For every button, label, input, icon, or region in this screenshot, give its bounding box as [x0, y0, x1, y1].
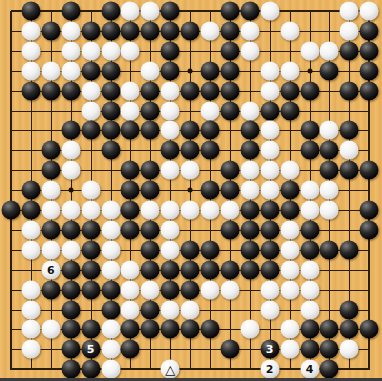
black-stone [41, 161, 60, 180]
triangle-icon: △ [165, 362, 175, 375]
black-stone [260, 201, 279, 220]
black-stone [21, 201, 40, 220]
white-stone [61, 21, 80, 40]
white-stone [141, 61, 160, 80]
black-stone [161, 21, 180, 40]
black-stone [300, 320, 319, 339]
white-stone [61, 141, 80, 160]
white-stone [260, 300, 279, 319]
stones-layer: 653△24 [0, 0, 382, 381]
black-stone [201, 260, 220, 279]
black-stone [181, 280, 200, 299]
black-stone [141, 320, 160, 339]
white-stone [101, 260, 120, 279]
black-stone [81, 240, 100, 259]
white-stone [61, 41, 80, 60]
black-stone [121, 340, 140, 359]
black-stone [81, 121, 100, 140]
white-stone [101, 201, 120, 220]
white-stone [41, 61, 60, 80]
white-stone [81, 201, 100, 220]
black-stone [201, 181, 220, 200]
white-stone [320, 201, 339, 220]
move-label-stone-4: 4 [300, 360, 319, 379]
black-stone [201, 320, 220, 339]
white-stone [280, 240, 299, 259]
white-stone [260, 141, 279, 160]
white-stone [201, 101, 220, 120]
black-stone [101, 81, 120, 100]
white-stone [81, 41, 100, 60]
black-stone [61, 280, 80, 299]
black-stone [61, 121, 80, 140]
white-stone [161, 81, 180, 100]
black-stone [121, 201, 140, 220]
white-stone [260, 61, 279, 80]
black-stone [220, 41, 239, 60]
white-stone [340, 141, 359, 160]
black-stone [141, 81, 160, 100]
white-stone [21, 280, 40, 299]
white-stone [280, 320, 299, 339]
black-stone [81, 220, 100, 239]
white-stone [240, 161, 259, 180]
black-stone [161, 141, 180, 160]
white-stone [41, 201, 60, 220]
white-stone [201, 21, 220, 40]
white-stone [141, 201, 160, 220]
black-stone [161, 260, 180, 279]
white-stone [21, 340, 40, 359]
white-stone [260, 161, 279, 180]
white-stone [240, 101, 259, 120]
black-stone [81, 360, 100, 379]
black-stone [201, 141, 220, 160]
black-stone [220, 340, 239, 359]
black-stone [101, 280, 120, 299]
black-stone [161, 320, 180, 339]
black-stone [41, 81, 60, 100]
black-stone [141, 101, 160, 120]
black-stone [360, 81, 379, 100]
white-stone [201, 280, 220, 299]
black-stone [61, 300, 80, 319]
black-stone [141, 121, 160, 140]
black-stone [360, 161, 379, 180]
white-stone [121, 280, 140, 299]
black-stone [181, 21, 200, 40]
black-stone [260, 101, 279, 120]
white-stone [161, 161, 180, 180]
white-stone [240, 21, 259, 40]
black-stone [161, 41, 180, 60]
black-stone [320, 141, 339, 160]
black-stone [21, 181, 40, 200]
black-stone [360, 41, 379, 60]
black-stone [340, 161, 359, 180]
black-stone [280, 81, 299, 100]
black-stone [81, 280, 100, 299]
white-stone [300, 201, 319, 220]
black-stone [340, 121, 359, 140]
black-stone [201, 61, 220, 80]
white-stone [181, 300, 200, 319]
black-stone [81, 61, 100, 80]
black-stone [41, 280, 60, 299]
black-stone [61, 2, 80, 21]
move-label-stone-6: 6 [41, 260, 60, 279]
black-stone [61, 260, 80, 279]
white-stone [161, 240, 180, 259]
white-stone [220, 201, 239, 220]
white-stone [300, 300, 319, 319]
move-label-stone-3: 3 [260, 340, 279, 359]
black-stone [240, 260, 259, 279]
black-stone [240, 240, 259, 259]
white-stone [41, 320, 60, 339]
black-stone [300, 240, 319, 259]
white-stone [61, 161, 80, 180]
black-stone [101, 2, 120, 21]
white-stone [320, 181, 339, 200]
white-stone [280, 161, 299, 180]
black-stone [181, 260, 200, 279]
white-stone [300, 260, 319, 279]
white-stone [161, 101, 180, 120]
black-stone [320, 161, 339, 180]
black-stone [101, 61, 120, 80]
triangle-marked-stone: △ [161, 360, 180, 379]
white-stone [240, 181, 259, 200]
black-stone [320, 240, 339, 259]
black-stone [21, 81, 40, 100]
black-stone [340, 41, 359, 60]
black-stone [181, 141, 200, 160]
black-stone [220, 181, 239, 200]
black-stone [360, 61, 379, 80]
black-stone [300, 141, 319, 160]
black-stone [121, 121, 140, 140]
black-stone [41, 141, 60, 160]
black-stone [141, 21, 160, 40]
white-stone [81, 101, 100, 120]
white-stone [340, 340, 359, 359]
black-stone [220, 220, 239, 239]
black-stone [240, 2, 259, 21]
black-stone [260, 260, 279, 279]
black-stone [161, 280, 180, 299]
black-stone [61, 220, 80, 239]
black-stone [320, 320, 339, 339]
black-stone [340, 81, 359, 100]
black-stone [360, 201, 379, 220]
white-stone [21, 320, 40, 339]
white-stone [181, 161, 200, 180]
black-stone [220, 161, 239, 180]
white-stone [21, 240, 40, 259]
white-stone [101, 41, 120, 60]
white-stone [181, 201, 200, 220]
black-stone [81, 21, 100, 40]
black-stone [340, 320, 359, 339]
black-stone [240, 141, 259, 160]
black-stone [360, 220, 379, 239]
black-stone [61, 81, 80, 100]
white-stone [101, 320, 120, 339]
move-label-stone-5: 5 [81, 340, 100, 359]
black-stone [21, 2, 40, 21]
black-stone [240, 201, 259, 220]
white-stone [121, 81, 140, 100]
black-stone [360, 21, 379, 40]
move-label-stone-2: 2 [260, 360, 279, 379]
black-stone [161, 2, 180, 21]
white-stone [280, 280, 299, 299]
black-stone [101, 300, 120, 319]
white-stone [41, 181, 60, 200]
black-stone [220, 61, 239, 80]
black-stone [141, 260, 160, 279]
white-stone [61, 61, 80, 80]
white-stone [260, 280, 279, 299]
white-stone [240, 41, 259, 60]
white-stone [81, 81, 100, 100]
black-stone [220, 260, 239, 279]
white-stone [260, 121, 279, 140]
black-stone [101, 101, 120, 120]
white-stone [280, 340, 299, 359]
white-stone [101, 340, 120, 359]
white-stone [41, 240, 60, 259]
black-stone [141, 220, 160, 239]
black-stone [181, 320, 200, 339]
white-stone [121, 260, 140, 279]
black-stone [121, 21, 140, 40]
white-stone [240, 320, 259, 339]
white-stone [340, 2, 359, 21]
white-stone [121, 101, 140, 120]
black-stone [101, 141, 120, 160]
white-stone [220, 280, 239, 299]
black-stone [181, 240, 200, 259]
white-stone [101, 220, 120, 239]
white-stone [21, 61, 40, 80]
black-stone [181, 121, 200, 140]
black-stone [121, 220, 140, 239]
black-stone [81, 320, 100, 339]
white-stone [21, 300, 40, 319]
black-stone [61, 360, 80, 379]
black-stone [320, 360, 339, 379]
white-stone [280, 21, 299, 40]
black-stone [280, 201, 299, 220]
black-stone [260, 220, 279, 239]
black-stone [121, 161, 140, 180]
black-stone [260, 240, 279, 259]
black-stone [240, 121, 259, 140]
black-stone [101, 21, 120, 40]
white-stone [320, 41, 339, 60]
white-stone [161, 201, 180, 220]
black-stone [81, 260, 100, 279]
black-stone [280, 181, 299, 200]
white-stone [21, 21, 40, 40]
white-stone [61, 240, 80, 259]
black-stone [101, 121, 120, 140]
white-stone [161, 300, 180, 319]
white-stone [121, 41, 140, 60]
black-stone [121, 320, 140, 339]
white-stone [21, 41, 40, 60]
white-stone [280, 220, 299, 239]
black-stone [300, 340, 319, 359]
black-stone [61, 320, 80, 339]
white-stone [121, 300, 140, 319]
black-stone [201, 81, 220, 100]
black-stone [320, 340, 339, 359]
black-stone [340, 240, 359, 259]
black-stone [220, 101, 239, 120]
white-stone [101, 360, 120, 379]
black-stone [141, 181, 160, 200]
black-stone [41, 220, 60, 239]
black-stone [320, 61, 339, 80]
black-stone [300, 81, 319, 100]
black-stone [161, 61, 180, 80]
black-stone [360, 320, 379, 339]
black-stone [141, 240, 160, 259]
black-stone [141, 300, 160, 319]
white-stone [161, 220, 180, 239]
white-stone [21, 220, 40, 239]
white-stone [260, 2, 279, 21]
black-stone [220, 21, 239, 40]
white-stone [121, 2, 140, 21]
white-stone [141, 280, 160, 299]
white-stone [260, 181, 279, 200]
white-stone [201, 201, 220, 220]
black-stone [340, 300, 359, 319]
white-stone [300, 280, 319, 299]
white-stone [300, 41, 319, 60]
black-stone [201, 121, 220, 140]
white-stone [360, 2, 379, 21]
white-stone [101, 240, 120, 259]
black-stone [141, 161, 160, 180]
white-stone [300, 181, 319, 200]
white-stone [280, 61, 299, 80]
white-stone [280, 260, 299, 279]
white-stone [340, 21, 359, 40]
black-stone [240, 220, 259, 239]
white-stone [141, 2, 160, 21]
black-stone [61, 340, 80, 359]
white-stone [260, 81, 279, 100]
black-stone [300, 220, 319, 239]
white-stone [61, 201, 80, 220]
black-stone [41, 21, 60, 40]
white-stone [81, 181, 100, 200]
black-stone [2, 201, 21, 220]
white-stone [161, 121, 180, 140]
black-stone [201, 240, 220, 259]
black-stone [121, 181, 140, 200]
black-stone [280, 101, 299, 120]
black-stone [181, 81, 200, 100]
black-stone [220, 2, 239, 21]
black-stone [220, 81, 239, 100]
black-stone [300, 121, 319, 140]
go-board[interactable]: 653△24 [0, 0, 382, 381]
white-stone [320, 121, 339, 140]
